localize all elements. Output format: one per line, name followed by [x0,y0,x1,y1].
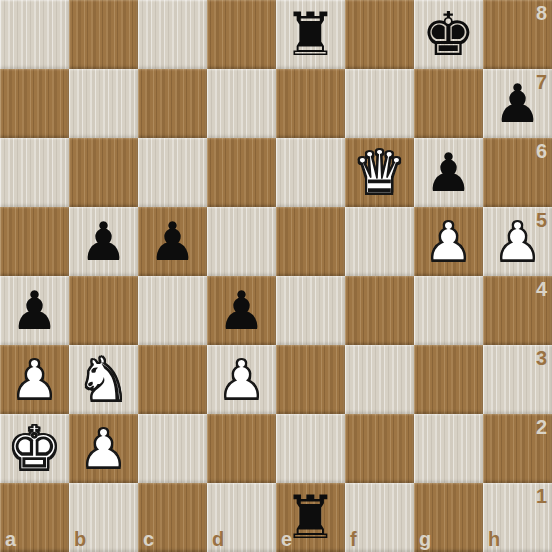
square-g1[interactable]: g [414,483,483,552]
square-d3[interactable]: ♟ [207,345,276,414]
square-c5[interactable]: ♟ [138,207,207,276]
square-a7[interactable] [0,69,69,138]
square-g5[interactable]: ♟ [414,207,483,276]
file-label-f: f [350,529,357,549]
black-rook-e8[interactable]: ♜ [284,0,338,69]
rank-label-1: 1 [536,486,547,506]
white-queen-f6[interactable]: ♛ [353,138,407,207]
square-d7[interactable] [207,69,276,138]
square-a1[interactable]: a [0,483,69,552]
square-g3[interactable] [414,345,483,414]
file-label-c: c [143,529,154,549]
white-pawn-b2[interactable]: ♟ [80,414,128,483]
square-c4[interactable] [138,276,207,345]
file-label-d: d [212,529,224,549]
file-label-e: e [281,529,292,549]
rank-label-3: 3 [536,348,547,368]
square-d4[interactable]: ♟ [207,276,276,345]
square-d8[interactable] [207,0,276,69]
file-label-g: g [419,529,431,549]
square-c6[interactable] [138,138,207,207]
square-a2[interactable]: ♚ [0,414,69,483]
file-label-h: h [488,529,500,549]
black-pawn-c5[interactable]: ♟ [149,207,197,276]
file-label-b: b [74,529,86,549]
square-d5[interactable] [207,207,276,276]
square-b3[interactable]: ♞ [69,345,138,414]
square-b5[interactable]: ♟ [69,207,138,276]
square-g6[interactable]: ♟ [414,138,483,207]
square-d6[interactable] [207,138,276,207]
square-c7[interactable] [138,69,207,138]
square-h6[interactable]: 6 [483,138,552,207]
square-e7[interactable] [276,69,345,138]
square-h5[interactable]: ♟5 [483,207,552,276]
square-h4[interactable]: 4 [483,276,552,345]
square-c8[interactable] [138,0,207,69]
square-a8[interactable] [0,0,69,69]
square-h7[interactable]: ♟7 [483,69,552,138]
square-e4[interactable] [276,276,345,345]
file-label-a: a [5,529,16,549]
square-b4[interactable] [69,276,138,345]
square-e2[interactable] [276,414,345,483]
square-c3[interactable] [138,345,207,414]
black-pawn-b5[interactable]: ♟ [80,207,128,276]
square-f6[interactable]: ♛ [345,138,414,207]
square-b1[interactable]: b [69,483,138,552]
square-h2[interactable]: 2 [483,414,552,483]
square-h1[interactable]: h1 [483,483,552,552]
square-f8[interactable] [345,0,414,69]
white-king-a2[interactable]: ♚ [8,414,62,483]
white-knight-b3[interactable]: ♞ [77,345,131,414]
square-f7[interactable] [345,69,414,138]
square-f1[interactable]: f [345,483,414,552]
square-e8[interactable]: ♜ [276,0,345,69]
square-f3[interactable] [345,345,414,414]
black-pawn-g6[interactable]: ♟ [425,138,473,207]
white-pawn-a3[interactable]: ♟ [11,345,59,414]
square-b8[interactable] [69,0,138,69]
white-pawn-d3[interactable]: ♟ [218,345,266,414]
square-b7[interactable] [69,69,138,138]
square-e1[interactable]: ♜e [276,483,345,552]
square-f4[interactable] [345,276,414,345]
square-d2[interactable] [207,414,276,483]
square-e6[interactable] [276,138,345,207]
square-a3[interactable]: ♟ [0,345,69,414]
chess-board: ♜♚8♟7♛♟6♟♟♟♟5♟♟4♟♞♟3♚♟2abcd♜efgh1 [0,0,552,552]
rank-label-4: 4 [536,279,547,299]
black-king-g8[interactable]: ♚ [422,0,476,69]
square-a4[interactable]: ♟ [0,276,69,345]
square-h8[interactable]: 8 [483,0,552,69]
white-pawn-h5[interactable]: ♟ [494,207,542,276]
square-g4[interactable] [414,276,483,345]
rank-label-8: 8 [536,3,547,23]
rank-label-7: 7 [536,72,547,92]
rank-label-2: 2 [536,417,547,437]
square-b6[interactable] [69,138,138,207]
square-f2[interactable] [345,414,414,483]
square-b2[interactable]: ♟ [69,414,138,483]
square-a5[interactable] [0,207,69,276]
square-g2[interactable] [414,414,483,483]
square-e3[interactable] [276,345,345,414]
rank-label-5: 5 [536,210,547,230]
square-g8[interactable]: ♚ [414,0,483,69]
square-f5[interactable] [345,207,414,276]
square-d1[interactable]: d [207,483,276,552]
rank-label-6: 6 [536,141,547,161]
black-pawn-d4[interactable]: ♟ [218,276,266,345]
square-e5[interactable] [276,207,345,276]
square-c1[interactable]: c [138,483,207,552]
square-g7[interactable] [414,69,483,138]
square-h3[interactable]: 3 [483,345,552,414]
square-a6[interactable] [0,138,69,207]
white-pawn-g5[interactable]: ♟ [425,207,473,276]
square-c2[interactable] [138,414,207,483]
black-pawn-h7[interactable]: ♟ [494,69,542,138]
black-pawn-a4[interactable]: ♟ [11,276,59,345]
